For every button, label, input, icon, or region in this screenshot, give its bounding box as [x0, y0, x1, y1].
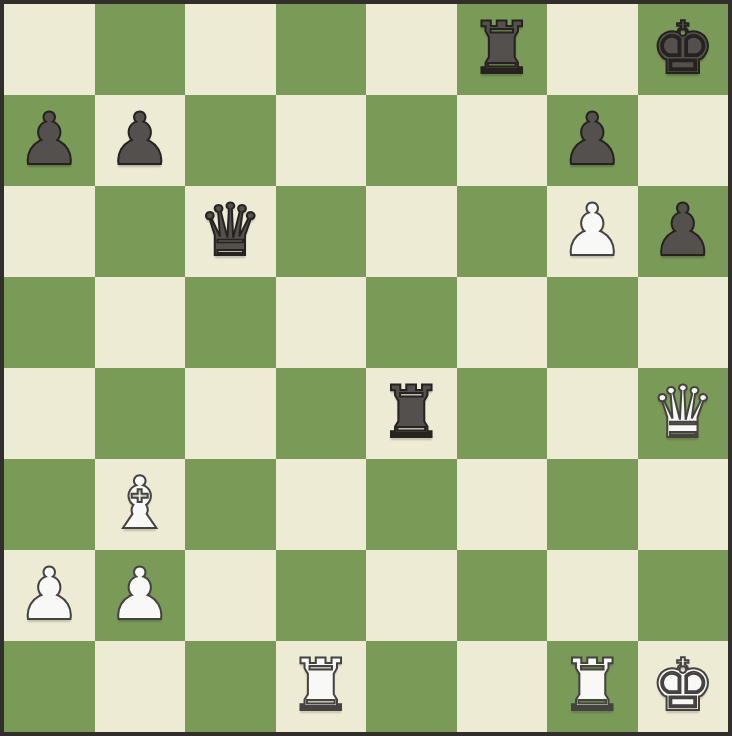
- square-h5[interactable]: [638, 277, 729, 368]
- square-b2[interactable]: ♟: [95, 550, 186, 641]
- square-d3[interactable]: [276, 459, 367, 550]
- square-e8[interactable]: [366, 4, 457, 95]
- square-a7[interactable]: ♟: [4, 95, 95, 186]
- square-a6[interactable]: [4, 186, 95, 277]
- square-a2[interactable]: ♟: [4, 550, 95, 641]
- square-h1[interactable]: ♚: [638, 641, 729, 732]
- square-a5[interactable]: [4, 277, 95, 368]
- square-f1[interactable]: [457, 641, 548, 732]
- square-f7[interactable]: [457, 95, 548, 186]
- square-f5[interactable]: [457, 277, 548, 368]
- square-g7[interactable]: ♟: [547, 95, 638, 186]
- piece-black-rook[interactable]: ♜: [469, 12, 534, 84]
- square-h8[interactable]: ♚: [638, 4, 729, 95]
- board-grid: ♜♚♟♟♟♛♟♟♜♛♝♟♟♜♜♚: [4, 4, 728, 732]
- square-c8[interactable]: [185, 4, 276, 95]
- square-g3[interactable]: [547, 459, 638, 550]
- square-e2[interactable]: [366, 550, 457, 641]
- chess-board: ♜♚♟♟♟♛♟♟♜♛♝♟♟♜♜♚: [0, 0, 732, 736]
- square-a8[interactable]: [4, 4, 95, 95]
- square-f2[interactable]: [457, 550, 548, 641]
- square-g1[interactable]: ♜: [547, 641, 638, 732]
- piece-white-pawn[interactable]: ♟: [560, 194, 625, 266]
- piece-white-bishop[interactable]: ♝: [107, 467, 172, 539]
- square-g8[interactable]: [547, 4, 638, 95]
- piece-white-queen[interactable]: ♛: [650, 376, 715, 448]
- square-g5[interactable]: [547, 277, 638, 368]
- piece-white-king[interactable]: ♚: [650, 649, 715, 721]
- square-c5[interactable]: [185, 277, 276, 368]
- piece-white-rook[interactable]: ♜: [288, 649, 353, 721]
- square-h6[interactable]: ♟: [638, 186, 729, 277]
- square-a1[interactable]: [4, 641, 95, 732]
- square-d2[interactable]: [276, 550, 367, 641]
- piece-black-queen[interactable]: ♛: [198, 194, 263, 266]
- square-g2[interactable]: [547, 550, 638, 641]
- square-e3[interactable]: [366, 459, 457, 550]
- square-c7[interactable]: [185, 95, 276, 186]
- piece-white-rook[interactable]: ♜: [560, 649, 625, 721]
- piece-black-pawn[interactable]: ♟: [17, 103, 82, 175]
- square-c2[interactable]: [185, 550, 276, 641]
- piece-black-pawn[interactable]: ♟: [107, 103, 172, 175]
- square-g4[interactable]: [547, 368, 638, 459]
- square-e7[interactable]: [366, 95, 457, 186]
- square-d1[interactable]: ♜: [276, 641, 367, 732]
- square-d4[interactable]: [276, 368, 367, 459]
- square-f8[interactable]: ♜: [457, 4, 548, 95]
- square-a4[interactable]: [4, 368, 95, 459]
- square-a3[interactable]: [4, 459, 95, 550]
- square-e4[interactable]: ♜: [366, 368, 457, 459]
- square-f4[interactable]: [457, 368, 548, 459]
- square-b7[interactable]: ♟: [95, 95, 186, 186]
- square-e6[interactable]: [366, 186, 457, 277]
- square-d5[interactable]: [276, 277, 367, 368]
- square-c3[interactable]: [185, 459, 276, 550]
- square-h7[interactable]: [638, 95, 729, 186]
- square-b8[interactable]: [95, 4, 186, 95]
- square-c4[interactable]: [185, 368, 276, 459]
- square-b3[interactable]: ♝: [95, 459, 186, 550]
- piece-black-king[interactable]: ♚: [650, 12, 715, 84]
- piece-black-pawn[interactable]: ♟: [650, 194, 715, 266]
- square-d6[interactable]: [276, 186, 367, 277]
- piece-white-pawn[interactable]: ♟: [107, 558, 172, 630]
- piece-black-rook[interactable]: ♜: [379, 376, 444, 448]
- square-h3[interactable]: [638, 459, 729, 550]
- square-e1[interactable]: [366, 641, 457, 732]
- square-c6[interactable]: ♛: [185, 186, 276, 277]
- piece-black-pawn[interactable]: ♟: [560, 103, 625, 175]
- square-b5[interactable]: [95, 277, 186, 368]
- square-f3[interactable]: [457, 459, 548, 550]
- piece-white-pawn[interactable]: ♟: [17, 558, 82, 630]
- square-c1[interactable]: [185, 641, 276, 732]
- square-d8[interactable]: [276, 4, 367, 95]
- square-b4[interactable]: [95, 368, 186, 459]
- square-e5[interactable]: [366, 277, 457, 368]
- square-f6[interactable]: [457, 186, 548, 277]
- square-d7[interactable]: [276, 95, 367, 186]
- square-b6[interactable]: [95, 186, 186, 277]
- square-h4[interactable]: ♛: [638, 368, 729, 459]
- square-h2[interactable]: [638, 550, 729, 641]
- square-b1[interactable]: [95, 641, 186, 732]
- square-g6[interactable]: ♟: [547, 186, 638, 277]
